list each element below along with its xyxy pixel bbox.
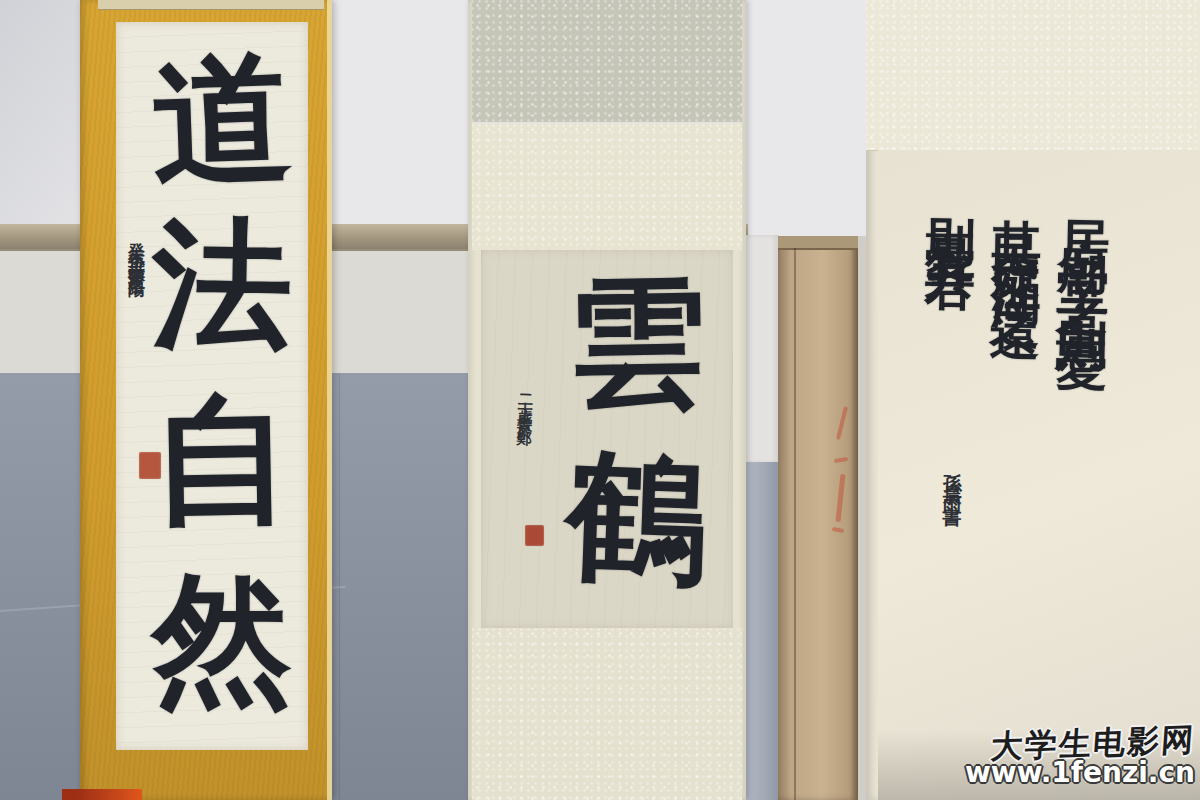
watermark-url: www.1fenzi.cn	[965, 756, 1195, 789]
red-chalk-mark	[836, 474, 846, 522]
calligraphy-char: 雲	[551, 262, 724, 425]
wall-corner-line	[339, 373, 340, 800]
calligraphy-char: 道	[134, 42, 309, 198]
artist-seal	[525, 525, 544, 546]
door-jamb	[742, 235, 779, 463]
calligraphy-column: 居廟堂之高則憂	[1057, 178, 1112, 319]
hanging-scroll-left: 道 法 自 然 癸未年梁喆書於洛陽	[80, 0, 332, 800]
red-chalk-mark	[834, 457, 848, 463]
calligraphy-column: 其民處江湖之遠	[991, 179, 1043, 285]
hanging-scroll-middle: 雲 鶴 二十歲書於鄭	[468, 0, 746, 800]
artist-seal	[139, 452, 161, 479]
brocade-mount-upper	[472, 124, 742, 250]
red-chalk-mark	[836, 406, 848, 440]
calligraphy-text-block: 居廟堂之高則憂 其民處江湖之遠 則憂其君 孫晨雨書	[866, 147, 1200, 800]
brocade-mount-bottom	[472, 628, 742, 800]
scroll-top-stave	[98, 0, 324, 10]
calligraphy-char: 鶴	[549, 435, 724, 601]
artist-inscription: 孫晨雨書	[941, 458, 963, 618]
scroll-selvage	[327, 0, 332, 800]
calligraphy-paper: 居廟堂之高則憂 其民處江湖之遠 則憂其君 孫晨雨書	[878, 150, 1200, 800]
calligraphy-column: 則憂其君	[926, 178, 977, 239]
calligraphy-char: 然	[137, 565, 307, 715]
calligraphy-paper: 雲 鶴 二十歲書於鄭	[481, 250, 733, 628]
calligraphy-paper: 道 法 自 然 癸未年梁喆書於洛陽	[116, 22, 308, 750]
calligraphy-char: 自	[136, 384, 309, 537]
calligraphy-char: 法	[136, 209, 309, 362]
brocade-mount-top	[866, 0, 1200, 151]
exhibition-photo: 道 法 自 然 癸未年梁喆書於洛陽 雲 鶴 二十歲書於鄭 居廟堂之高則憂 其民處…	[0, 0, 1200, 800]
door-lintel	[778, 236, 858, 250]
artist-inscription: 癸未年梁喆書於洛陽	[128, 228, 145, 460]
orange-sign-edge	[62, 789, 142, 800]
gray-pipe	[744, 462, 779, 800]
red-chalk-mark	[832, 527, 845, 533]
door-frame-sliver	[858, 236, 866, 800]
hanging-scroll-right: 居廟堂之高則憂 其民處江湖之遠 則憂其君 孫晨雨書	[866, 0, 1200, 800]
brocade-mount-top	[472, 0, 742, 124]
door-frame-edge	[794, 248, 796, 800]
door-frame	[778, 236, 858, 800]
